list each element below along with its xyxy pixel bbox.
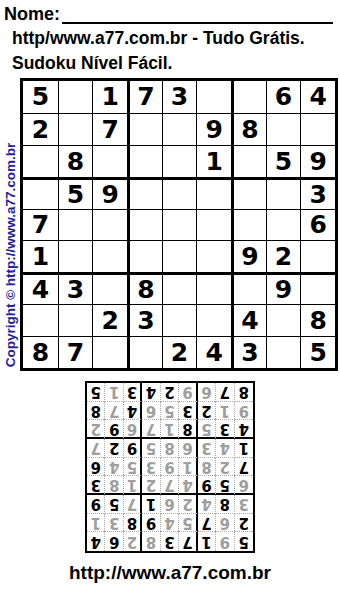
solution-cell-r4c5: 7 (161, 476, 179, 495)
puzzle-cell-r6c3[interactable] (92, 240, 127, 272)
puzzle-cell-r2c2[interactable] (58, 113, 93, 145)
solution-cell-r6c1: 1 (235, 439, 253, 458)
puzzle-cell-r3c2: 8 (58, 145, 93, 177)
puzzle-cell-r4c1[interactable] (23, 177, 58, 209)
puzzle-cell-r3c6: 1 (196, 145, 231, 177)
solution-cell-r8c2: 1 (216, 402, 234, 421)
solution-cell-r9c2: 7 (216, 383, 234, 402)
puzzle-cell-r7c9[interactable] (300, 272, 335, 304)
solution-cell-r4c9: 3 (87, 476, 105, 495)
copyright-text: Copyright © http://www.a77.com.br (3, 84, 19, 426)
solution-cell-r4c1: 6 (235, 476, 253, 495)
puzzle-cell-r2c7: 8 (231, 113, 266, 145)
solution-cell-r4c4: 4 (179, 476, 197, 495)
puzzle-cell-r8c1[interactable] (23, 304, 58, 336)
solution-cell-r2c4: 5 (179, 514, 197, 533)
puzzle-cell-r6c1: 1 (23, 240, 58, 272)
solution-cell-r3c5: 6 (161, 495, 179, 514)
puzzle-cell-r9c5: 2 (162, 336, 197, 368)
solution-cell-r8c7: 4 (124, 402, 142, 421)
puzzle-cell-r7c8: 9 (266, 272, 301, 304)
solution-cell-r9c9: 5 (87, 383, 105, 402)
solution-cell-r8c8: 7 (105, 402, 123, 421)
puzzle-cell-r4c8[interactable] (266, 177, 301, 209)
solution-cell-r5c9: 6 (87, 458, 105, 477)
solution-cell-r6c2: 4 (216, 439, 234, 458)
solution-cell-r2c3: 7 (198, 514, 216, 533)
solution-cell-r9c7: 3 (124, 383, 142, 402)
puzzle-cell-r9c1: 8 (23, 336, 58, 368)
solution-cell-r4c8: 8 (105, 476, 123, 495)
name-row: Nome: (4, 3, 333, 24)
puzzle-cell-r9c4[interactable] (127, 336, 162, 368)
puzzle-cell-r1c1: 5 (23, 81, 58, 113)
puzzle-cell-r3c9: 9 (300, 145, 335, 177)
solution-cell-r6c6: 5 (142, 439, 160, 458)
solution-cell-r7c5: 1 (161, 420, 179, 439)
puzzle-cell-r6c8: 2 (266, 240, 301, 272)
puzzle-cell-r5c5[interactable] (162, 209, 197, 241)
solution-cell-r3c7: 7 (124, 495, 142, 514)
solution-cell-r9c5: 2 (161, 383, 179, 402)
puzzle-cell-r8c6[interactable] (196, 304, 231, 336)
solution-cell-r3c3: 4 (198, 495, 216, 514)
solution-cell-r1c5: 3 (161, 532, 179, 551)
puzzle-cell-r9c3[interactable] (92, 336, 127, 368)
puzzle-cell-r1c3: 1 (92, 81, 127, 113)
puzzle-cell-r1c9: 4 (300, 81, 335, 113)
solution-cell-r7c8: 9 (105, 420, 123, 439)
solution-cell-r4c7: 1 (124, 476, 142, 495)
puzzle-cell-r3c7[interactable] (231, 145, 266, 177)
puzzle-cell-r9c9: 5 (300, 336, 335, 368)
solution-cell-r5c5: 9 (161, 458, 179, 477)
puzzle-cell-r5c3[interactable] (92, 209, 127, 241)
puzzle-cell-r1c2[interactable] (58, 81, 93, 113)
solution-cell-r9c8: 1 (105, 383, 123, 402)
name-label: Nome: (4, 4, 60, 24)
puzzle-cell-r9c2: 7 (58, 336, 93, 368)
puzzle-cell-r8c8[interactable] (266, 304, 301, 336)
puzzle-cell-r5c8[interactable] (266, 209, 301, 241)
solution-cell-r4c6: 2 (142, 476, 160, 495)
name-underline (62, 3, 333, 24)
solution-cell-r9c4: 9 (179, 383, 197, 402)
puzzle-cell-r4c9: 3 (300, 177, 335, 209)
solution-cell-r6c9: 7 (87, 439, 105, 458)
solution-cell-r5c4: 1 (179, 458, 197, 477)
solution-cell-r2c8: 3 (105, 514, 123, 533)
puzzle-cell-r2c9[interactable] (300, 113, 335, 145)
puzzle-cell-r3c3[interactable] (92, 145, 127, 177)
solution-cell-r3c6: 1 (142, 495, 160, 514)
puzzle-cell-r3c4[interactable] (127, 145, 162, 177)
solution-cell-r5c1: 7 (235, 458, 253, 477)
puzzle-cell-r5c7[interactable] (231, 209, 266, 241)
puzzle-cell-r6c4[interactable] (127, 240, 162, 272)
puzzle-cell-r7c2: 3 (58, 272, 93, 304)
puzzle-cell-r6c5[interactable] (162, 240, 197, 272)
puzzle-cell-r8c7: 4 (231, 304, 266, 336)
header-site-line: http/www.a77.com.br - Tudo Grátis. (12, 28, 338, 49)
puzzle-cell-r2c5[interactable] (162, 113, 197, 145)
solution-cell-r1c6: 8 (142, 532, 160, 551)
solution-cell-r2c1: 2 (235, 514, 253, 533)
puzzle-cell-r2c6: 9 (196, 113, 231, 145)
puzzle-cell-r8c5[interactable] (162, 304, 197, 336)
solution-cell-r1c7: 2 (124, 532, 142, 551)
puzzle-cell-r7c7[interactable] (231, 272, 266, 304)
puzzle-cell-r6c9[interactable] (300, 240, 335, 272)
solution-cell-r6c8: 2 (105, 439, 123, 458)
solution-cell-r5c7: 5 (124, 458, 142, 477)
puzzle-cell-r4c2: 5 (58, 177, 93, 209)
solution-cell-r5c2: 2 (216, 458, 234, 477)
puzzle-cell-r3c1[interactable] (23, 145, 58, 177)
puzzle-cell-r1c5: 3 (162, 81, 197, 113)
puzzle-cell-r8c9: 8 (300, 304, 335, 336)
puzzle-cell-r9c6: 4 (196, 336, 231, 368)
solution-cell-r2c5: 4 (161, 514, 179, 533)
puzzle-cell-r5c2[interactable] (58, 209, 93, 241)
solution-cell-r6c7: 9 (124, 439, 142, 458)
puzzle-cell-r2c4[interactable] (127, 113, 162, 145)
solution-cell-r8c1: 9 (235, 402, 253, 421)
puzzle-cell-r8c4: 3 (127, 304, 162, 336)
puzzle-cell-r1c8: 6 (266, 81, 301, 113)
solution-cell-r1c3: 1 (198, 532, 216, 551)
solution-cell-r3c4: 2 (179, 495, 197, 514)
puzzle-cell-r7c1: 4 (23, 272, 58, 304)
puzzle-cell-r5c4[interactable] (127, 209, 162, 241)
puzzle-cell-r1c6[interactable] (196, 81, 231, 113)
solution-cell-r9c1: 8 (235, 383, 253, 402)
solution-cell-r6c3: 3 (198, 439, 216, 458)
puzzle-cell-r7c3[interactable] (92, 272, 127, 304)
solution-cell-r3c1: 3 (235, 495, 253, 514)
puzzle-cell-r3c5[interactable] (162, 145, 197, 177)
puzzle-cell-r6c7: 9 (231, 240, 266, 272)
puzzle-cell-r5c6[interactable] (196, 209, 231, 241)
puzzle-cell-r7c4: 8 (127, 272, 162, 304)
solution-cell-r5c8: 4 (105, 458, 123, 477)
puzzle-cell-r5c9: 6 (300, 209, 335, 241)
solution-cell-r2c9: 1 (87, 514, 105, 533)
solution-cell-r1c1: 5 (235, 532, 253, 551)
puzzle-cell-r2c3: 7 (92, 113, 127, 145)
puzzle-cell-r4c7[interactable] (231, 177, 266, 209)
sudoku-worksheet-page: Nome: http/www.a77.com.br - Tudo Grátis.… (0, 0, 340, 596)
puzzle-cell-r1c4: 7 (127, 81, 162, 113)
solution-cell-r2c6: 9 (142, 514, 160, 533)
solution-cell-r5c3: 8 (198, 458, 216, 477)
puzzle-cell-r2c8[interactable] (266, 113, 301, 145)
footer-url: http://www.a77.com.br (0, 562, 340, 584)
solution-cell-r7c9: 2 (87, 420, 105, 439)
solution-cell-r4c3: 9 (198, 476, 216, 495)
puzzle-cell-r8c3: 2 (92, 304, 127, 336)
puzzle-cell-r5c1: 7 (23, 209, 58, 241)
puzzle-cell-r1c7[interactable] (231, 81, 266, 113)
solution-cell-r3c9: 9 (87, 495, 105, 514)
solution-cell-r7c6: 7 (142, 420, 160, 439)
solution-cell-r7c1: 4 (235, 420, 253, 439)
solution-cell-r7c7: 6 (124, 420, 142, 439)
solution-cell-r5c6: 3 (142, 458, 160, 477)
solution-cell-r3c2: 8 (216, 495, 234, 514)
puzzle-cell-r4c4[interactable] (127, 177, 162, 209)
puzzle-cell-r7c6[interactable] (196, 272, 231, 304)
puzzle-cell-r6c2[interactable] (58, 240, 93, 272)
puzzle-cell-r4c3: 9 (92, 177, 127, 209)
solution-cell-r8c6: 6 (142, 402, 160, 421)
puzzle-cell-r6c6[interactable] (196, 240, 231, 272)
puzzle-cell-r9c8[interactable] (266, 336, 301, 368)
puzzle-cell-r3c8: 5 (266, 145, 301, 177)
solution-cell-r8c3: 2 (198, 402, 216, 421)
solution-cell-r2c7: 8 (124, 514, 142, 533)
solution-cell-r1c8: 6 (105, 532, 123, 551)
solution-cell-r6c4: 6 (179, 439, 197, 458)
solution-cell-r9c6: 4 (142, 383, 160, 402)
solution-cell-r7c3: 5 (198, 420, 216, 439)
puzzle-cell-r8c2[interactable] (58, 304, 93, 336)
solution-cell-r3c8: 5 (105, 495, 123, 514)
solution-cell-r4c2: 5 (216, 476, 234, 495)
puzzle-cell-r9c7: 3 (231, 336, 266, 368)
solution-cell-r1c2: 9 (216, 532, 234, 551)
solution-cell-r1c9: 4 (87, 532, 105, 551)
puzzle-cell-r4c6[interactable] (196, 177, 231, 209)
sudoku-solution-board: 5917382642675498313842617596594721837281… (85, 381, 255, 553)
solution-cell-r8c4: 3 (179, 402, 197, 421)
solution-cell-r7c2: 3 (216, 420, 234, 439)
solution-cell-r2c2: 6 (216, 514, 234, 533)
sudoku-puzzle-board: 517364279881595937619243892348872435 (20, 78, 338, 371)
solution-cell-r7c4: 8 (179, 420, 197, 439)
solution-cell-r9c3: 6 (198, 383, 216, 402)
puzzle-cell-r4c5[interactable] (162, 177, 197, 209)
solution-cell-r8c5: 5 (161, 402, 179, 421)
solution-cell-r6c5: 8 (161, 439, 179, 458)
puzzle-cell-r2c1: 2 (23, 113, 58, 145)
puzzle-cell-r7c5[interactable] (162, 272, 197, 304)
solution-cell-r8c9: 8 (87, 402, 105, 421)
solution-cell-r1c4: 7 (179, 532, 197, 551)
header-level-line: Sudoku Nível Fácil. (12, 53, 172, 74)
